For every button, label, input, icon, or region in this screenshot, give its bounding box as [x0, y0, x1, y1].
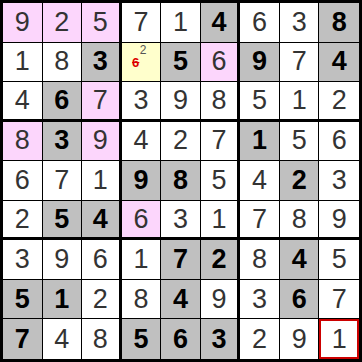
cell-r4c8[interactable]: 5	[280, 122, 320, 162]
cell-r8c4[interactable]: 8	[122, 280, 162, 320]
cell-r1c8[interactable]: 3	[280, 3, 320, 43]
cell-r2c4[interactable]: 26	[122, 43, 162, 83]
cell-r9c8[interactable]: 9	[280, 319, 320, 359]
cell-r9c1[interactable]: 7	[3, 319, 43, 359]
cell-r5c7[interactable]: 4	[240, 161, 280, 201]
cell-r2c2[interactable]: 8	[43, 43, 83, 83]
cell-r4c2[interactable]: 3	[43, 122, 83, 162]
cell-r8c5[interactable]: 4	[161, 280, 201, 320]
pencil-mark: 2	[140, 44, 147, 56]
cell-r4c5[interactable]: 2	[161, 122, 201, 162]
cell-r8c8[interactable]: 6	[280, 280, 320, 320]
cell-r7c7[interactable]: 8	[240, 240, 280, 280]
cell-r2c5[interactable]: 5	[161, 43, 201, 83]
cell-r7c9[interactable]: 5	[319, 240, 359, 280]
cell-r4c3[interactable]: 9	[82, 122, 122, 162]
cell-r5c3[interactable]: 1	[82, 161, 122, 201]
cell-r3c4[interactable]: 3	[122, 82, 162, 122]
cell-r5c6[interactable]: 5	[201, 161, 241, 201]
cell-r5c8[interactable]: 2	[280, 161, 320, 201]
cell-r8c2[interactable]: 1	[43, 280, 83, 320]
cell-r9c2[interactable]: 4	[43, 319, 83, 359]
cell-r6c9[interactable]: 9	[319, 201, 359, 241]
cell-r2c6[interactable]: 6	[201, 43, 241, 83]
cell-r1c5[interactable]: 1	[161, 3, 201, 43]
cell-r9c5[interactable]: 6	[161, 319, 201, 359]
cell-r4c1[interactable]: 8	[3, 122, 43, 162]
cell-r7c6[interactable]: 2	[201, 240, 241, 280]
cell-r2c8[interactable]: 7	[280, 43, 320, 83]
cell-r1c7[interactable]: 6	[240, 3, 280, 43]
cell-r8c7[interactable]: 3	[240, 280, 280, 320]
cell-r6c3[interactable]: 4	[82, 201, 122, 241]
cell-r3c6[interactable]: 8	[201, 82, 241, 122]
cell-r3c9[interactable]: 2	[319, 82, 359, 122]
cell-r1c3[interactable]: 5	[82, 3, 122, 43]
cell-r9c9[interactable]: 1	[319, 319, 359, 359]
cell-r1c2[interactable]: 2	[43, 3, 83, 43]
cell-r7c3[interactable]: 6	[82, 240, 122, 280]
cell-r8c1[interactable]: 5	[3, 280, 43, 320]
cell-r6c1[interactable]: 2	[3, 201, 43, 241]
cell-r6c6[interactable]: 1	[201, 201, 241, 241]
cell-r2c1[interactable]: 1	[3, 43, 43, 83]
cell-r9c4[interactable]: 5	[122, 319, 162, 359]
cell-r7c2[interactable]: 9	[43, 240, 83, 280]
cell-r6c7[interactable]: 7	[240, 201, 280, 241]
cell-r5c5[interactable]: 8	[161, 161, 201, 201]
cell-r1c1[interactable]: 9	[3, 3, 43, 43]
cell-r7c8[interactable]: 4	[280, 240, 320, 280]
cell-r3c2[interactable]: 6	[43, 82, 83, 122]
cell-r6c2[interactable]: 5	[43, 201, 83, 241]
cell-r2c9[interactable]: 4	[319, 43, 359, 83]
cell-r3c3[interactable]: 7	[82, 82, 122, 122]
sudoku-board: 9257146381832656974467398512839427156671…	[0, 0, 362, 362]
eliminated-candidate: 6	[132, 56, 139, 70]
cell-r3c5[interactable]: 9	[161, 82, 201, 122]
cell-r4c9[interactable]: 6	[319, 122, 359, 162]
cell-r6c8[interactable]: 8	[280, 201, 320, 241]
cell-r4c4[interactable]: 4	[122, 122, 162, 162]
cell-r1c6[interactable]: 4	[201, 3, 241, 43]
cell-r3c7[interactable]: 5	[240, 82, 280, 122]
cell-r5c2[interactable]: 7	[43, 161, 83, 201]
cell-r7c5[interactable]: 7	[161, 240, 201, 280]
cell-r7c1[interactable]: 3	[3, 240, 43, 280]
cell-r4c7[interactable]: 1	[240, 122, 280, 162]
cell-r8c6[interactable]: 9	[201, 280, 241, 320]
cell-r5c9[interactable]: 3	[319, 161, 359, 201]
cell-r9c3[interactable]: 8	[82, 319, 122, 359]
cell-r3c8[interactable]: 1	[280, 82, 320, 122]
cell-r1c9[interactable]: 8	[319, 3, 359, 43]
cell-r2c3[interactable]: 3	[82, 43, 122, 83]
cell-r6c5[interactable]: 3	[161, 201, 201, 241]
cell-r6c4[interactable]: 6	[122, 201, 162, 241]
cell-r8c3[interactable]: 2	[82, 280, 122, 320]
cell-r3c1[interactable]: 4	[3, 82, 43, 122]
cell-r2c7[interactable]: 9	[240, 43, 280, 83]
cell-r5c1[interactable]: 6	[3, 161, 43, 201]
cell-r9c6[interactable]: 3	[201, 319, 241, 359]
cell-r9c7[interactable]: 2	[240, 319, 280, 359]
cell-r4c6[interactable]: 7	[201, 122, 241, 162]
cell-r1c4[interactable]: 7	[122, 3, 162, 43]
cell-r5c4[interactable]: 9	[122, 161, 162, 201]
cell-r7c4[interactable]: 1	[122, 240, 162, 280]
cell-r8c9[interactable]: 7	[319, 280, 359, 320]
